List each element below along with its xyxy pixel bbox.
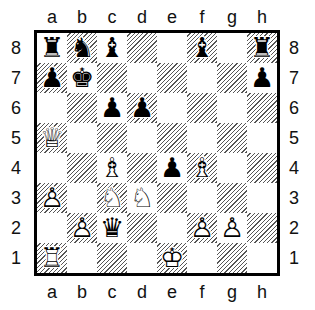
piece-glyph: ♟ [37,63,67,93]
rank-label-4: 4 [0,153,34,183]
square-a4[interactable] [37,153,67,183]
black-pawn[interactable]: ♟♟ [247,63,277,93]
file-label-b: b [67,7,97,30]
file-label-h: h [247,7,277,30]
file-label-e: e [157,282,187,305]
square-h2[interactable] [247,213,277,243]
square-a1[interactable]: ♜♖ [37,243,67,273]
square-e1[interactable]: ♚♔ [157,243,187,273]
rank-label-3: 3 [0,183,34,213]
square-a2[interactable] [37,213,67,243]
square-f5[interactable] [187,123,217,153]
square-d3[interactable]: ♞♘ [127,183,157,213]
white-pawn[interactable]: ♟♙ [37,183,67,213]
square-e4[interactable]: ♟♟ [157,153,187,183]
black-pawn[interactable]: ♟♟ [37,63,67,93]
rank-label-1: 1 [0,243,34,273]
file-label-g: g [217,282,247,305]
chess-board: ♜♜♞♞♝♝♝♝♜♜♟♟♚♚♟♟♟♟♟♟♛♕♝♗♟♟♝♗♟♙♞♘♞♘♟♙♛♛♟♙… [34,30,280,276]
white-pawn[interactable]: ♟♙ [187,213,217,243]
rank-label-3: 3 [280,183,315,213]
black-rook[interactable]: ♜♜ [247,33,277,63]
black-pawn[interactable]: ♟♟ [157,153,187,183]
square-g6[interactable] [217,93,247,123]
rank-label-8: 8 [280,33,315,63]
piece-glyph: ♙ [217,213,247,243]
white-bishop[interactable]: ♝♗ [97,153,127,183]
square-e2[interactable] [157,213,187,243]
square-d8[interactable] [127,33,157,63]
piece-glyph: ♟ [247,63,277,93]
file-label-d: d [127,282,157,305]
square-d2[interactable] [127,213,157,243]
black-pawn[interactable]: ♟♟ [127,93,157,123]
file-labels-bottom: abcdefgh [34,276,280,310]
square-a7[interactable]: ♟♟ [37,63,67,93]
piece-glyph: ♜ [37,33,67,63]
file-label-f: f [187,282,217,305]
square-b8[interactable]: ♞♞ [67,33,97,63]
rank-label-1: 1 [280,243,315,273]
piece-glyph: ♗ [97,153,127,183]
file-label-h: h [247,282,277,305]
square-e5[interactable] [157,123,187,153]
square-b4[interactable] [67,153,97,183]
square-b7[interactable]: ♚♚ [67,63,97,93]
square-c1[interactable] [97,243,127,273]
square-d1[interactable] [127,243,157,273]
square-b6[interactable] [67,93,97,123]
white-queen[interactable]: ♛♕ [37,123,67,153]
file-label-b: b [67,282,97,305]
black-rook[interactable]: ♜♜ [37,33,67,63]
black-bishop[interactable]: ♝♝ [97,33,127,63]
black-bishop[interactable]: ♝♝ [187,33,217,63]
piece-glyph: ♝ [97,33,127,63]
piece-glyph: ♙ [187,213,217,243]
piece-glyph: ♗ [187,153,217,183]
square-h8[interactable]: ♜♜ [247,33,277,63]
square-b3[interactable] [67,183,97,213]
piece-glyph: ♘ [127,183,157,213]
file-label-f: f [187,7,217,30]
file-label-a: a [37,7,67,30]
square-b5[interactable] [67,123,97,153]
square-c2[interactable]: ♛♛ [97,213,127,243]
square-c4[interactable]: ♝♗ [97,153,127,183]
square-a5[interactable]: ♛♕ [37,123,67,153]
piece-glyph: ♘ [97,183,127,213]
square-d6[interactable]: ♟♟ [127,93,157,123]
square-f7[interactable] [187,63,217,93]
file-label-g: g [217,7,247,30]
piece-glyph: ♟ [157,153,187,183]
file-label-d: d [127,7,157,30]
square-g1[interactable] [217,243,247,273]
piece-glyph: ♞ [67,33,97,63]
white-rook[interactable]: ♜♖ [37,243,67,273]
square-f6[interactable] [187,93,217,123]
square-g3[interactable] [217,183,247,213]
square-e3[interactable] [157,183,187,213]
square-h5[interactable] [247,123,277,153]
black-pawn[interactable]: ♟♟ [97,93,127,123]
square-b2[interactable]: ♟♙ [67,213,97,243]
piece-glyph: ♝ [187,33,217,63]
rank-label-7: 7 [280,63,315,93]
square-f1[interactable] [187,243,217,273]
rank-label-5: 5 [280,123,315,153]
square-h4[interactable] [247,153,277,183]
square-d4[interactable] [127,153,157,183]
square-a8[interactable]: ♜♜ [37,33,67,63]
file-label-e: e [157,7,187,30]
piece-glyph: ♖ [37,243,67,273]
square-c3[interactable]: ♞♘ [97,183,127,213]
square-d7[interactable] [127,63,157,93]
square-a3[interactable]: ♟♙ [37,183,67,213]
file-label-c: c [97,282,127,305]
square-f2[interactable]: ♟♙ [187,213,217,243]
rank-label-7: 7 [0,63,34,93]
piece-glyph: ♜ [247,33,277,63]
piece-glyph: ♙ [37,183,67,213]
rank-labels-left: 87654321 [0,30,34,276]
black-queen[interactable]: ♛♛ [97,213,127,243]
white-knight[interactable]: ♞♘ [97,183,127,213]
rank-label-6: 6 [0,93,34,123]
square-h6[interactable] [247,93,277,123]
rank-label-4: 4 [280,153,315,183]
square-e8[interactable] [157,33,187,63]
white-king[interactable]: ♚♔ [157,243,187,273]
piece-glyph: ♙ [67,213,97,243]
square-f8[interactable]: ♝♝ [187,33,217,63]
rank-label-8: 8 [0,33,34,63]
square-e6[interactable] [157,93,187,123]
rank-label-5: 5 [0,123,34,153]
piece-glyph: ♕ [37,123,67,153]
square-h7[interactable]: ♟♟ [247,63,277,93]
white-bishop[interactable]: ♝♗ [187,153,217,183]
square-c5[interactable] [97,123,127,153]
chess-diagram: abcdefgh 87654321 ♜♜♞♞♝♝♝♝♜♜♟♟♚♚♟♟♟♟♟♟♛♕… [0,0,315,310]
square-g2[interactable]: ♟♙ [217,213,247,243]
rank-label-6: 6 [280,93,315,123]
square-g8[interactable] [217,33,247,63]
white-pawn[interactable]: ♟♙ [217,213,247,243]
square-f4[interactable]: ♝♗ [187,153,217,183]
square-a6[interactable] [37,93,67,123]
square-c6[interactable]: ♟♟ [97,93,127,123]
file-labels-top: abcdefgh [34,0,280,30]
square-b1[interactable] [67,243,97,273]
black-knight[interactable]: ♞♞ [67,33,97,63]
file-label-a: a [37,282,67,305]
rank-label-2: 2 [280,213,315,243]
piece-glyph: ♚ [67,63,97,93]
black-king[interactable]: ♚♚ [67,63,97,93]
piece-glyph: ♟ [97,93,127,123]
file-label-c: c [97,7,127,30]
square-h3[interactable] [247,183,277,213]
square-f3[interactable] [187,183,217,213]
piece-glyph: ♔ [157,243,187,273]
square-g7[interactable] [217,63,247,93]
square-c8[interactable]: ♝♝ [97,33,127,63]
white-pawn[interactable]: ♟♙ [67,213,97,243]
square-h1[interactable] [247,243,277,273]
white-knight[interactable]: ♞♘ [127,183,157,213]
piece-glyph: ♛ [97,213,127,243]
square-c7[interactable] [97,63,127,93]
square-g5[interactable] [217,123,247,153]
square-e7[interactable] [157,63,187,93]
piece-glyph: ♟ [127,93,157,123]
square-d5[interactable] [127,123,157,153]
square-g4[interactable] [217,153,247,183]
rank-label-2: 2 [0,213,34,243]
rank-labels-right: 87654321 [280,30,315,276]
